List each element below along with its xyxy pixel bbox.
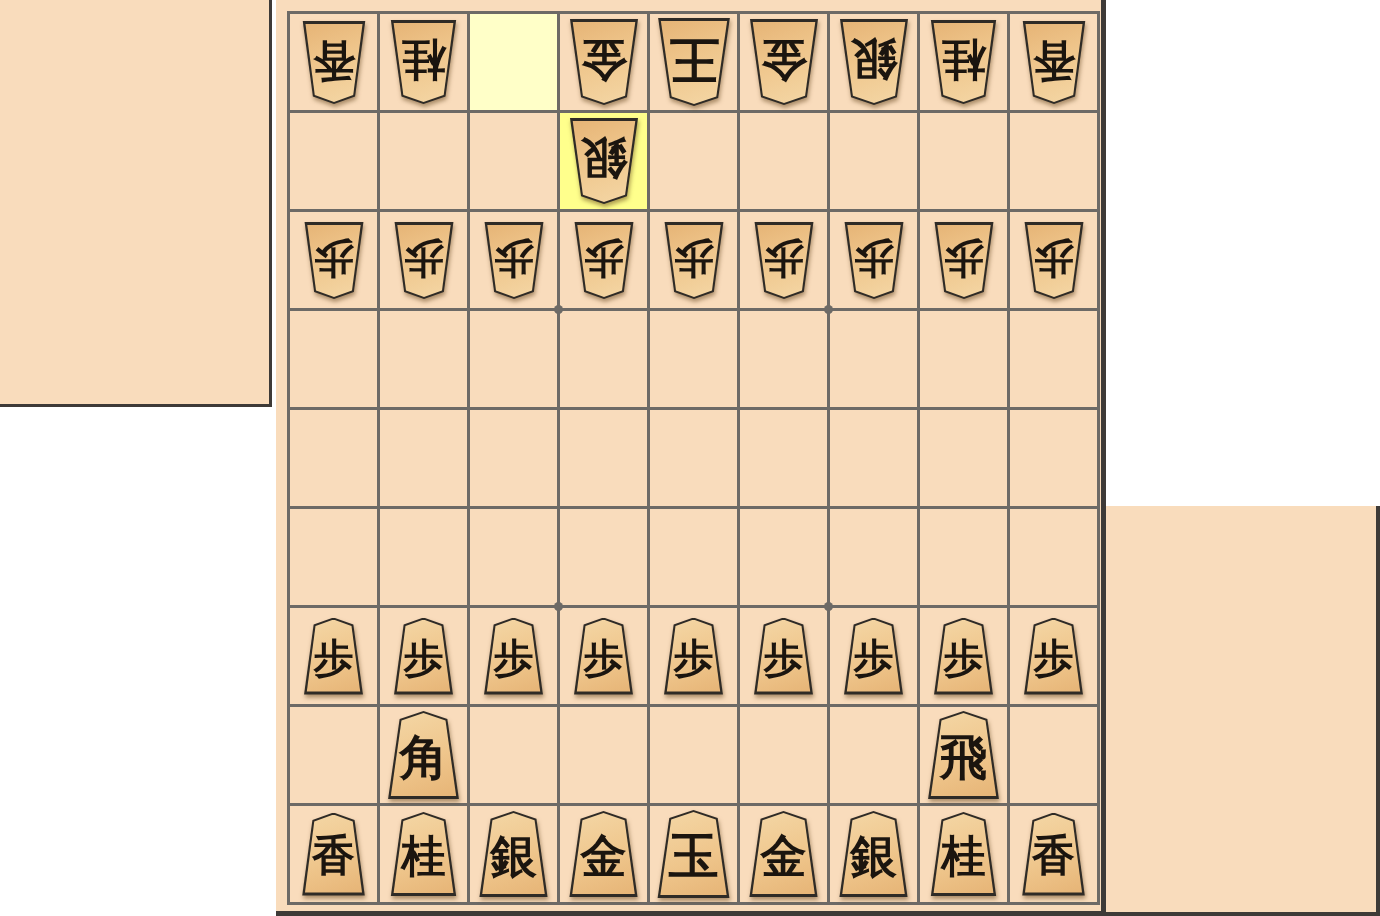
square-7a[interactable] xyxy=(470,14,557,110)
square-8a[interactable]: 桂 xyxy=(380,14,467,110)
piece-face: 銀 xyxy=(840,22,908,103)
piece-sente-pawn[interactable]: 歩 xyxy=(932,618,996,695)
piece-wrap: 歩 xyxy=(482,222,546,299)
hoshi-dot xyxy=(554,602,563,611)
piece-kanji: 銀 xyxy=(491,833,537,879)
piece-wrap: 歩 xyxy=(662,618,726,695)
piece-kanji: 歩 xyxy=(584,239,624,279)
square-5c[interactable]: 歩 xyxy=(650,212,737,308)
piece-kanji: 金 xyxy=(581,833,627,879)
piece-kanji: 歩 xyxy=(674,239,714,279)
piece-sente-king[interactable]: 玉 xyxy=(655,810,733,898)
piece-kanji: 銀 xyxy=(851,38,897,84)
piece-face: 香 xyxy=(1023,24,1085,102)
piece-wrap: 歩 xyxy=(752,618,816,695)
piece-face: 桂 xyxy=(391,23,456,102)
piece-wrap: 香 xyxy=(300,21,368,104)
piece-wrap: 歩 xyxy=(302,618,366,695)
piece-wrap: 歩 xyxy=(572,222,636,299)
square-1g[interactable]: 歩 xyxy=(1010,608,1097,704)
piece-face: 歩 xyxy=(665,620,723,692)
square-8c[interactable]: 歩 xyxy=(380,212,467,308)
piece-wrap: 歩 xyxy=(302,222,366,299)
piece-sente-gold[interactable]: 金 xyxy=(747,811,821,897)
square-4i[interactable]: 金 xyxy=(740,806,827,902)
gote-hand-tray[interactable] xyxy=(0,0,272,407)
piece-sente-rook[interactable]: 飛 xyxy=(925,711,1002,799)
piece-face: 歩 xyxy=(1025,225,1083,297)
square-7d[interactable] xyxy=(470,311,557,407)
piece-kanji: 香 xyxy=(312,39,355,82)
piece-face: 銀 xyxy=(480,813,548,894)
piece-gote-pawn[interactable]: 歩 xyxy=(302,222,366,299)
square-4d[interactable] xyxy=(740,311,827,407)
piece-face: 銀 xyxy=(840,813,908,894)
piece-gote-gold[interactable]: 金 xyxy=(567,19,641,105)
square-8g[interactable]: 歩 xyxy=(380,608,467,704)
square-7g[interactable]: 歩 xyxy=(470,608,557,704)
square-3g[interactable]: 歩 xyxy=(830,608,917,704)
hoshi-dot xyxy=(824,602,833,611)
piece-sente-knight[interactable]: 桂 xyxy=(928,812,999,896)
piece-gote-pawn[interactable]: 歩 xyxy=(482,222,546,299)
shogi-board: 香桂金王金銀桂香銀歩歩歩歩歩歩歩歩歩歩歩歩歩歩歩歩歩歩角飛香桂銀金玉金銀桂香 xyxy=(287,11,1100,905)
piece-wrap: 銀 xyxy=(837,811,911,897)
hoshi-dot xyxy=(554,305,563,314)
square-6b[interactable]: 銀 xyxy=(560,113,647,209)
piece-wrap: 金 xyxy=(567,811,641,897)
piece-wrap: 角 xyxy=(385,711,462,799)
piece-wrap: 歩 xyxy=(572,618,636,695)
square-4g[interactable]: 歩 xyxy=(740,608,827,704)
piece-gote-lance[interactable]: 香 xyxy=(300,21,368,104)
piece-kanji: 玉 xyxy=(669,831,719,881)
piece-wrap: 歩 xyxy=(662,222,726,299)
piece-kanji: 歩 xyxy=(494,638,534,678)
square-3d[interactable] xyxy=(830,311,917,407)
piece-gote-pawn[interactable]: 歩 xyxy=(572,222,636,299)
square-3e[interactable] xyxy=(830,410,917,506)
piece-face: 歩 xyxy=(935,225,993,297)
piece-sente-lance[interactable]: 香 xyxy=(300,813,368,896)
piece-sente-silver[interactable]: 銀 xyxy=(837,811,911,897)
piece-face: 王 xyxy=(658,21,730,104)
piece-sente-pawn[interactable]: 歩 xyxy=(572,618,636,695)
piece-face: 香 xyxy=(1023,815,1085,893)
piece-face: 桂 xyxy=(931,814,996,893)
piece-face: 歩 xyxy=(395,225,453,297)
piece-face: 歩 xyxy=(665,225,723,297)
piece-face: 歩 xyxy=(575,620,633,692)
piece-face: 金 xyxy=(570,813,638,894)
square-6g[interactable]: 歩 xyxy=(560,608,647,704)
square-8i[interactable]: 桂 xyxy=(380,806,467,902)
square-8e[interactable] xyxy=(380,410,467,506)
square-7e[interactable] xyxy=(470,410,557,506)
piece-gote-lance[interactable]: 香 xyxy=(1020,21,1088,104)
square-9e[interactable] xyxy=(290,410,377,506)
piece-kanji: 香 xyxy=(1032,39,1075,82)
piece-face: 金 xyxy=(750,22,818,103)
piece-kanji: 歩 xyxy=(404,239,444,279)
piece-face: 玉 xyxy=(658,812,730,895)
piece-kanji: 歩 xyxy=(1034,638,1074,678)
square-3f[interactable] xyxy=(830,509,917,605)
piece-face: 飛 xyxy=(928,713,999,796)
square-5e[interactable] xyxy=(650,410,737,506)
piece-kanji: 桂 xyxy=(942,834,986,878)
piece-kanji: 歩 xyxy=(764,638,804,678)
piece-wrap: 銀 xyxy=(477,811,551,897)
square-4h[interactable] xyxy=(740,707,827,803)
square-9h[interactable] xyxy=(290,707,377,803)
piece-kanji: 歩 xyxy=(1034,239,1074,279)
piece-wrap: 桂 xyxy=(388,812,459,896)
piece-kanji: 歩 xyxy=(314,239,354,279)
piece-sente-lance[interactable]: 香 xyxy=(1020,813,1088,896)
piece-kanji: 金 xyxy=(761,833,807,879)
piece-kanji: 飛 xyxy=(940,733,988,781)
piece-wrap: 歩 xyxy=(1022,222,1086,299)
piece-gote-silver[interactable]: 銀 xyxy=(567,118,641,204)
square-6c[interactable]: 歩 xyxy=(560,212,647,308)
piece-kanji: 桂 xyxy=(942,39,986,83)
square-1b[interactable] xyxy=(1010,113,1097,209)
piece-gote-knight[interactable]: 桂 xyxy=(928,20,999,104)
piece-face: 歩 xyxy=(305,620,363,692)
piece-wrap: 飛 xyxy=(925,711,1002,799)
piece-kanji: 角 xyxy=(400,733,448,781)
piece-gote-pawn[interactable]: 歩 xyxy=(1022,222,1086,299)
piece-face: 歩 xyxy=(395,620,453,692)
piece-face: 歩 xyxy=(755,620,813,692)
square-2g[interactable]: 歩 xyxy=(920,608,1007,704)
piece-kanji: 香 xyxy=(1032,834,1075,877)
piece-wrap: 金 xyxy=(567,19,641,105)
square-9d[interactable] xyxy=(290,311,377,407)
piece-face: 歩 xyxy=(935,620,993,692)
piece-gote-pawn[interactable]: 歩 xyxy=(392,222,456,299)
piece-face: 角 xyxy=(388,713,459,796)
piece-gote-pawn[interactable]: 歩 xyxy=(932,222,996,299)
square-1h[interactable] xyxy=(1010,707,1097,803)
square-5h[interactable] xyxy=(650,707,737,803)
square-6a[interactable]: 金 xyxy=(560,14,647,110)
square-5i[interactable]: 玉 xyxy=(650,806,737,902)
square-2f[interactable] xyxy=(920,509,1007,605)
piece-face: 歩 xyxy=(845,620,903,692)
piece-gote-king[interactable]: 王 xyxy=(655,18,733,106)
square-8b[interactable] xyxy=(380,113,467,209)
square-4e[interactable] xyxy=(740,410,827,506)
piece-kanji: 金 xyxy=(581,38,627,84)
square-9f[interactable] xyxy=(290,509,377,605)
piece-gote-silver[interactable]: 銀 xyxy=(837,19,911,105)
piece-sente-gold[interactable]: 金 xyxy=(567,811,641,897)
piece-wrap: 香 xyxy=(300,813,368,896)
square-2a[interactable]: 桂 xyxy=(920,14,1007,110)
piece-kanji: 歩 xyxy=(494,239,534,279)
piece-wrap: 歩 xyxy=(752,222,816,299)
piece-wrap: 歩 xyxy=(1022,618,1086,695)
piece-kanji: 歩 xyxy=(404,638,444,678)
piece-face: 歩 xyxy=(755,225,813,297)
piece-wrap: 桂 xyxy=(928,20,999,104)
piece-wrap: 歩 xyxy=(932,222,996,299)
piece-wrap: 銀 xyxy=(567,118,641,204)
square-4f[interactable] xyxy=(740,509,827,605)
square-3i[interactable]: 銀 xyxy=(830,806,917,902)
piece-sente-knight[interactable]: 桂 xyxy=(388,812,459,896)
sente-hand-tray[interactable] xyxy=(1106,506,1380,916)
square-8h[interactable]: 角 xyxy=(380,707,467,803)
piece-sente-pawn[interactable]: 歩 xyxy=(1022,618,1086,695)
square-1d[interactable] xyxy=(1010,311,1097,407)
piece-sente-pawn[interactable]: 歩 xyxy=(842,618,906,695)
square-9i[interactable]: 香 xyxy=(290,806,377,902)
square-2e[interactable] xyxy=(920,410,1007,506)
piece-kanji: 金 xyxy=(761,38,807,84)
hoshi-dot xyxy=(824,305,833,314)
piece-gote-pawn[interactable]: 歩 xyxy=(752,222,816,299)
piece-sente-pawn[interactable]: 歩 xyxy=(662,618,726,695)
piece-kanji: 歩 xyxy=(674,638,714,678)
square-6d[interactable] xyxy=(560,311,647,407)
square-8d[interactable] xyxy=(380,311,467,407)
piece-gote-gold[interactable]: 金 xyxy=(747,19,821,105)
piece-kanji: 王 xyxy=(669,36,719,86)
piece-kanji: 香 xyxy=(312,834,355,877)
square-5f[interactable] xyxy=(650,509,737,605)
piece-sente-pawn[interactable]: 歩 xyxy=(392,618,456,695)
shogi-board-panel: 香桂金王金銀桂香銀歩歩歩歩歩歩歩歩歩歩歩歩歩歩歩歩歩歩角飛香桂銀金玉金銀桂香 xyxy=(276,0,1106,916)
square-6h[interactable] xyxy=(560,707,647,803)
square-9c[interactable]: 歩 xyxy=(290,212,377,308)
piece-kanji: 銀 xyxy=(581,137,627,183)
square-6f[interactable] xyxy=(560,509,647,605)
square-2b[interactable] xyxy=(920,113,1007,209)
piece-face: 歩 xyxy=(1025,620,1083,692)
square-3c[interactable]: 歩 xyxy=(830,212,917,308)
piece-kanji: 桂 xyxy=(402,39,446,83)
piece-gote-knight[interactable]: 桂 xyxy=(388,20,459,104)
square-9g[interactable]: 歩 xyxy=(290,608,377,704)
piece-wrap: 歩 xyxy=(842,222,906,299)
square-4a[interactable]: 金 xyxy=(740,14,827,110)
piece-sente-pawn[interactable]: 歩 xyxy=(752,618,816,695)
piece-sente-silver[interactable]: 銀 xyxy=(477,811,551,897)
piece-face: 歩 xyxy=(485,225,543,297)
piece-sente-pawn[interactable]: 歩 xyxy=(302,618,366,695)
piece-gote-pawn[interactable]: 歩 xyxy=(842,222,906,299)
piece-face: 金 xyxy=(570,22,638,103)
piece-wrap: 王 xyxy=(655,18,733,106)
square-1e[interactable] xyxy=(1010,410,1097,506)
square-5d[interactable] xyxy=(650,311,737,407)
piece-face: 歩 xyxy=(575,225,633,297)
square-6i[interactable]: 金 xyxy=(560,806,647,902)
square-7i[interactable]: 銀 xyxy=(470,806,557,902)
square-7b[interactable] xyxy=(470,113,557,209)
piece-face: 歩 xyxy=(485,620,543,692)
square-1c[interactable]: 歩 xyxy=(1010,212,1097,308)
square-5g[interactable]: 歩 xyxy=(650,608,737,704)
piece-face: 香 xyxy=(303,815,365,893)
piece-kanji: 桂 xyxy=(402,834,446,878)
piece-wrap: 玉 xyxy=(655,810,733,898)
piece-kanji: 歩 xyxy=(314,638,354,678)
square-5a[interactable]: 王 xyxy=(650,14,737,110)
square-1f[interactable] xyxy=(1010,509,1097,605)
square-3b[interactable] xyxy=(830,113,917,209)
piece-face: 金 xyxy=(750,813,818,894)
piece-wrap: 桂 xyxy=(928,812,999,896)
square-1i[interactable]: 香 xyxy=(1010,806,1097,902)
square-3a[interactable]: 銀 xyxy=(830,14,917,110)
piece-face: 香 xyxy=(303,24,365,102)
piece-wrap: 歩 xyxy=(482,618,546,695)
square-4c[interactable]: 歩 xyxy=(740,212,827,308)
square-5b[interactable] xyxy=(650,113,737,209)
square-8f[interactable] xyxy=(380,509,467,605)
piece-face: 歩 xyxy=(845,225,903,297)
piece-sente-bishop[interactable]: 角 xyxy=(385,711,462,799)
piece-wrap: 金 xyxy=(747,19,821,105)
piece-wrap: 歩 xyxy=(392,618,456,695)
piece-face: 桂 xyxy=(931,23,996,102)
piece-face: 桂 xyxy=(391,814,456,893)
piece-wrap: 銀 xyxy=(837,19,911,105)
square-2c[interactable]: 歩 xyxy=(920,212,1007,308)
square-2i[interactable]: 桂 xyxy=(920,806,1007,902)
square-9b[interactable] xyxy=(290,113,377,209)
piece-kanji: 歩 xyxy=(764,239,804,279)
piece-wrap: 香 xyxy=(1020,21,1088,104)
piece-wrap: 桂 xyxy=(388,20,459,104)
square-4b[interactable] xyxy=(740,113,827,209)
shogi-app: 香桂金王金銀桂香銀歩歩歩歩歩歩歩歩歩歩歩歩歩歩歩歩歩歩角飛香桂銀金玉金銀桂香 xyxy=(0,0,1380,916)
piece-kanji: 歩 xyxy=(944,239,984,279)
piece-wrap: 歩 xyxy=(932,618,996,695)
piece-wrap: 金 xyxy=(747,811,821,897)
square-9a[interactable]: 香 xyxy=(290,14,377,110)
piece-gote-pawn[interactable]: 歩 xyxy=(662,222,726,299)
square-3h[interactable] xyxy=(830,707,917,803)
piece-kanji: 歩 xyxy=(584,638,624,678)
piece-kanji: 歩 xyxy=(944,638,984,678)
piece-kanji: 歩 xyxy=(854,638,894,678)
square-2h[interactable]: 飛 xyxy=(920,707,1007,803)
square-2d[interactable] xyxy=(920,311,1007,407)
piece-kanji: 銀 xyxy=(851,833,897,879)
square-7c[interactable]: 歩 xyxy=(470,212,557,308)
piece-wrap: 歩 xyxy=(392,222,456,299)
piece-wrap: 歩 xyxy=(842,618,906,695)
piece-sente-pawn[interactable]: 歩 xyxy=(482,618,546,695)
square-1a[interactable]: 香 xyxy=(1010,14,1097,110)
square-6e[interactable] xyxy=(560,410,647,506)
piece-wrap: 香 xyxy=(1020,813,1088,896)
piece-face: 銀 xyxy=(570,121,638,202)
piece-face: 歩 xyxy=(305,225,363,297)
square-7h[interactable] xyxy=(470,707,557,803)
square-7f[interactable] xyxy=(470,509,557,605)
piece-kanji: 歩 xyxy=(854,239,894,279)
